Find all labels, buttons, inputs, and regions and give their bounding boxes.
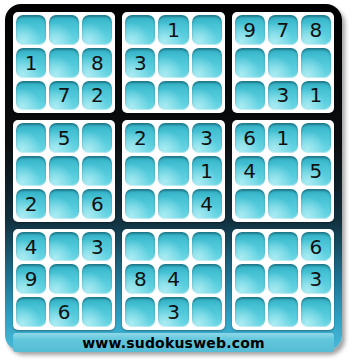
cell-r7c5[interactable] [158,232,188,262]
sudoku-plaque: 1872139783152623146145439684363 www.sudo… [5,4,342,351]
cell-r2c6[interactable] [192,48,222,78]
cell-r8c7[interactable] [235,264,265,294]
box-2-1: 526 [13,120,115,221]
cell-r3c5[interactable] [158,81,188,111]
cell-r3c9[interactable]: 1 [301,81,331,111]
cell-r2c3[interactable]: 8 [82,48,112,78]
cell-r7c9[interactable]: 6 [301,232,331,262]
cell-r1c9[interactable]: 8 [301,15,331,45]
cell-r2c1[interactable]: 1 [16,48,46,78]
cell-r8c9[interactable]: 3 [301,264,331,294]
cell-r4c8[interactable]: 1 [268,123,298,153]
cell-r1c6[interactable] [192,15,222,45]
cell-r3c2[interactable]: 7 [49,81,79,111]
cell-r1c1[interactable] [16,15,46,45]
cell-r6c3[interactable]: 6 [82,189,112,219]
cell-r9c8[interactable] [268,297,298,327]
footer-band: www.sudokusweb.com [13,333,334,352]
cell-r7c3[interactable]: 3 [82,232,112,262]
cell-r5c8[interactable] [268,156,298,186]
cell-r3c8[interactable]: 3 [268,81,298,111]
cell-r4c9[interactable] [301,123,331,153]
cell-r1c7[interactable]: 9 [235,15,265,45]
box-3-1: 4396 [13,229,115,330]
cell-r8c1[interactable]: 9 [16,264,46,294]
cell-r9c2[interactable]: 6 [49,297,79,327]
cell-r5c1[interactable] [16,156,46,186]
cell-r9c1[interactable] [16,297,46,327]
cell-r5c6[interactable]: 1 [192,156,222,186]
cell-r6c9[interactable] [301,189,331,219]
cell-r2c2[interactable] [49,48,79,78]
cell-r4c7[interactable]: 6 [235,123,265,153]
cell-r1c2[interactable] [49,15,79,45]
cell-r6c5[interactable] [158,189,188,219]
cell-r4c5[interactable] [158,123,188,153]
cell-r7c7[interactable] [235,232,265,262]
cell-r3c1[interactable] [16,81,46,111]
cell-r7c4[interactable] [125,232,155,262]
cell-r6c1[interactable]: 2 [16,189,46,219]
cell-r4c1[interactable] [16,123,46,153]
box-2-2: 2314 [122,120,224,221]
cell-r8c2[interactable] [49,264,79,294]
cell-r3c7[interactable] [235,81,265,111]
box-1-3: 97831 [232,12,334,113]
cell-r5c3[interactable] [82,156,112,186]
cell-r9c7[interactable] [235,297,265,327]
cell-r7c6[interactable] [192,232,222,262]
cell-r3c3[interactable]: 2 [82,81,112,111]
box-1-1: 1872 [13,12,115,113]
cell-r2c4[interactable]: 3 [125,48,155,78]
cell-r2c8[interactable] [268,48,298,78]
cell-r8c8[interactable] [268,264,298,294]
cell-r8c4[interactable]: 8 [125,264,155,294]
cell-r7c1[interactable]: 4 [16,232,46,262]
box-1-2: 13 [122,12,224,113]
cell-r9c5[interactable]: 3 [158,297,188,327]
cell-r7c8[interactable] [268,232,298,262]
cell-r2c9[interactable] [301,48,331,78]
cell-r8c5[interactable]: 4 [158,264,188,294]
box-3-2: 843 [122,229,224,330]
cell-r4c2[interactable]: 5 [49,123,79,153]
cell-r9c4[interactable] [125,297,155,327]
cell-r1c5[interactable]: 1 [158,15,188,45]
cell-r5c4[interactable] [125,156,155,186]
cell-r6c4[interactable] [125,189,155,219]
cell-r6c7[interactable] [235,189,265,219]
cell-r4c6[interactable]: 3 [192,123,222,153]
cell-r1c3[interactable] [82,15,112,45]
cell-r2c7[interactable] [235,48,265,78]
cell-r9c9[interactable] [301,297,331,327]
cell-r9c3[interactable] [82,297,112,327]
cell-r5c9[interactable]: 5 [301,156,331,186]
cell-r2c5[interactable] [158,48,188,78]
cell-r5c2[interactable] [49,156,79,186]
cell-r1c4[interactable] [125,15,155,45]
sudoku-board: 1872139783152623146145439684363 [13,12,334,330]
cell-r4c4[interactable]: 2 [125,123,155,153]
cell-r5c5[interactable] [158,156,188,186]
cell-r7c2[interactable] [49,232,79,262]
cell-r9c6[interactable] [192,297,222,327]
cell-r3c6[interactable] [192,81,222,111]
cell-r3c4[interactable] [125,81,155,111]
cell-r6c8[interactable] [268,189,298,219]
cell-r6c2[interactable] [49,189,79,219]
site-url: www.sudokusweb.com [82,335,265,351]
cell-r4c3[interactable] [82,123,112,153]
cell-r1c8[interactable]: 7 [268,15,298,45]
cell-r6c6[interactable]: 4 [192,189,222,219]
cell-r5c7[interactable]: 4 [235,156,265,186]
box-3-3: 63 [232,229,334,330]
box-2-3: 6145 [232,120,334,221]
cell-r8c6[interactable] [192,264,222,294]
cell-r8c3[interactable] [82,264,112,294]
